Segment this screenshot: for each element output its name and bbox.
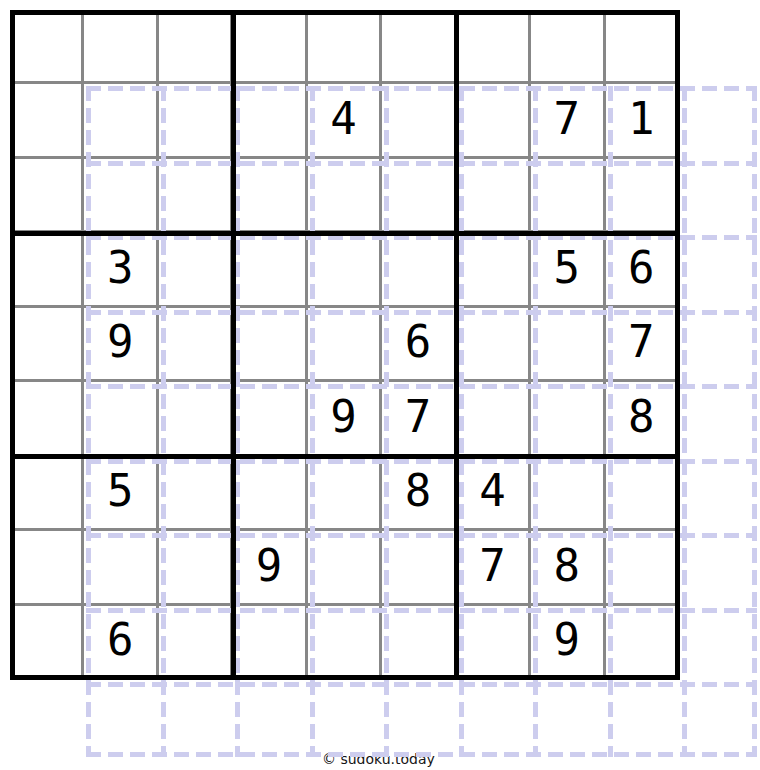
cell-r1c7[interactable]: [457, 10, 531, 84]
cell-r1c6[interactable]: [382, 10, 456, 84]
cell-r7c5[interactable]: [308, 457, 382, 531]
cell-r1c1[interactable]: [10, 10, 84, 84]
cell-r2c8[interactable]: 7: [531, 84, 605, 158]
cell-r3c8[interactable]: [531, 159, 605, 233]
given-digit: 9: [256, 544, 283, 588]
given-digit: 9: [107, 320, 134, 364]
cell-r6c9[interactable]: 8: [606, 382, 680, 456]
cell-r4c7[interactable]: [457, 233, 531, 307]
cell-r7c4[interactable]: [233, 457, 307, 531]
cell-r5c1[interactable]: [10, 308, 84, 382]
cell-r2c2[interactable]: [84, 84, 158, 158]
cell-r1c2[interactable]: [84, 10, 158, 84]
dashed-overlay-vline-9: [682, 86, 687, 757]
cell-r3c5[interactable]: [308, 159, 382, 233]
cell-r8c1[interactable]: [10, 531, 84, 605]
given-digit: 9: [330, 395, 357, 439]
cell-r1c9[interactable]: [606, 10, 680, 84]
given-digit: 4: [479, 469, 506, 513]
cell-r9c5[interactable]: [308, 606, 382, 680]
cell-r2c6[interactable]: [382, 84, 456, 158]
given-digit: 7: [554, 97, 581, 141]
given-digit: 1: [628, 97, 655, 141]
given-digit: 3: [107, 246, 134, 290]
cell-r7c9[interactable]: [606, 457, 680, 531]
sudoku-puzzle-image: 47135696797858497869 © sudoku.today: [0, 0, 760, 770]
cell-r2c9[interactable]: 1: [606, 84, 680, 158]
cell-r5c2[interactable]: 9: [84, 308, 158, 382]
cell-r6c6[interactable]: 7: [382, 382, 456, 456]
cell-r4c8[interactable]: 5: [531, 233, 605, 307]
cell-r6c8[interactable]: [531, 382, 605, 456]
given-digit: 8: [554, 544, 581, 588]
sudoku-board: 47135696797858497869: [10, 10, 680, 680]
cell-r5c8[interactable]: [531, 308, 605, 382]
given-digit: 7: [405, 395, 432, 439]
cell-r7c6[interactable]: 8: [382, 457, 456, 531]
cell-r5c7[interactable]: [457, 308, 531, 382]
given-digit: 7: [479, 544, 506, 588]
cell-r4c1[interactable]: [10, 233, 84, 307]
dashed-overlay-hline-9: [86, 682, 757, 687]
given-digit: 9: [554, 618, 581, 662]
given-digit: 4: [330, 97, 357, 141]
cell-r4c5[interactable]: [308, 233, 382, 307]
cell-r9c1[interactable]: [10, 606, 84, 680]
cell-r3c4[interactable]: [233, 159, 307, 233]
cell-r8c4[interactable]: 9: [233, 531, 307, 605]
cell-r9c2[interactable]: 6: [84, 606, 158, 680]
cell-r9c8[interactable]: 9: [531, 606, 605, 680]
given-digit: 7: [628, 320, 655, 364]
cell-r3c9[interactable]: [606, 159, 680, 233]
given-digit: 6: [405, 320, 432, 364]
cell-r7c2[interactable]: 5: [84, 457, 158, 531]
cell-r5c3[interactable]: [159, 308, 233, 382]
cell-r3c1[interactable]: [10, 159, 84, 233]
cell-r3c2[interactable]: [84, 159, 158, 233]
given-digit: 5: [554, 246, 581, 290]
cell-r5c4[interactable]: [233, 308, 307, 382]
given-digit: 6: [628, 246, 655, 290]
cell-r4c6[interactable]: [382, 233, 456, 307]
cell-r9c3[interactable]: [159, 606, 233, 680]
cell-r2c1[interactable]: [10, 84, 84, 158]
cell-r3c7[interactable]: [457, 159, 531, 233]
cell-r8c5[interactable]: [308, 531, 382, 605]
cell-r6c5[interactable]: 9: [308, 382, 382, 456]
cell-r3c6[interactable]: [382, 159, 456, 233]
cell-r7c3[interactable]: [159, 457, 233, 531]
cell-r6c1[interactable]: [10, 382, 84, 456]
cell-r8c6[interactable]: [382, 531, 456, 605]
cell-r1c5[interactable]: [308, 10, 382, 84]
given-digit: 5: [107, 469, 134, 513]
cell-r4c4[interactable]: [233, 233, 307, 307]
cell-r4c9[interactable]: 6: [606, 233, 680, 307]
cell-r2c7[interactable]: [457, 84, 531, 158]
cell-r9c7[interactable]: [457, 606, 531, 680]
cell-r2c4[interactable]: [233, 84, 307, 158]
cell-r7c7[interactable]: 4: [457, 457, 531, 531]
cell-r3c3[interactable]: [159, 159, 233, 233]
given-digit: 8: [628, 395, 655, 439]
cell-r8c3[interactable]: [159, 531, 233, 605]
cell-r9c6[interactable]: [382, 606, 456, 680]
cell-r9c9[interactable]: [606, 606, 680, 680]
cell-r1c4[interactable]: [233, 10, 307, 84]
cell-r2c5[interactable]: 4: [308, 84, 382, 158]
cell-r8c2[interactable]: [84, 531, 158, 605]
cell-r6c2[interactable]: [84, 382, 158, 456]
cell-r7c8[interactable]: [531, 457, 605, 531]
cell-r9c4[interactable]: [233, 606, 307, 680]
cell-r4c2[interactable]: 3: [84, 233, 158, 307]
cell-r5c5[interactable]: [308, 308, 382, 382]
cell-r4c3[interactable]: [159, 233, 233, 307]
cell-r6c7[interactable]: [457, 382, 531, 456]
cell-r2c3[interactable]: [159, 84, 233, 158]
cell-r8c8[interactable]: 8: [531, 531, 605, 605]
cell-r5c6[interactable]: 6: [382, 308, 456, 382]
cell-r1c3[interactable]: [159, 10, 233, 84]
sudoku-grid: 47135696797858497869: [10, 10, 680, 680]
given-digit: 6: [107, 618, 134, 662]
given-digit: 8: [405, 469, 432, 513]
cell-r8c9[interactable]: [606, 531, 680, 605]
cell-r1c8[interactable]: [531, 10, 605, 84]
credit-text: © sudoku.today: [322, 751, 435, 767]
cell-r6c3[interactable]: [159, 382, 233, 456]
cell-r5c9[interactable]: 7: [606, 308, 680, 382]
dashed-overlay-vline-10: [752, 86, 757, 757]
cell-r8c7[interactable]: 7: [457, 531, 531, 605]
cell-r6c4[interactable]: [233, 382, 307, 456]
cell-r7c1[interactable]: [10, 457, 84, 531]
